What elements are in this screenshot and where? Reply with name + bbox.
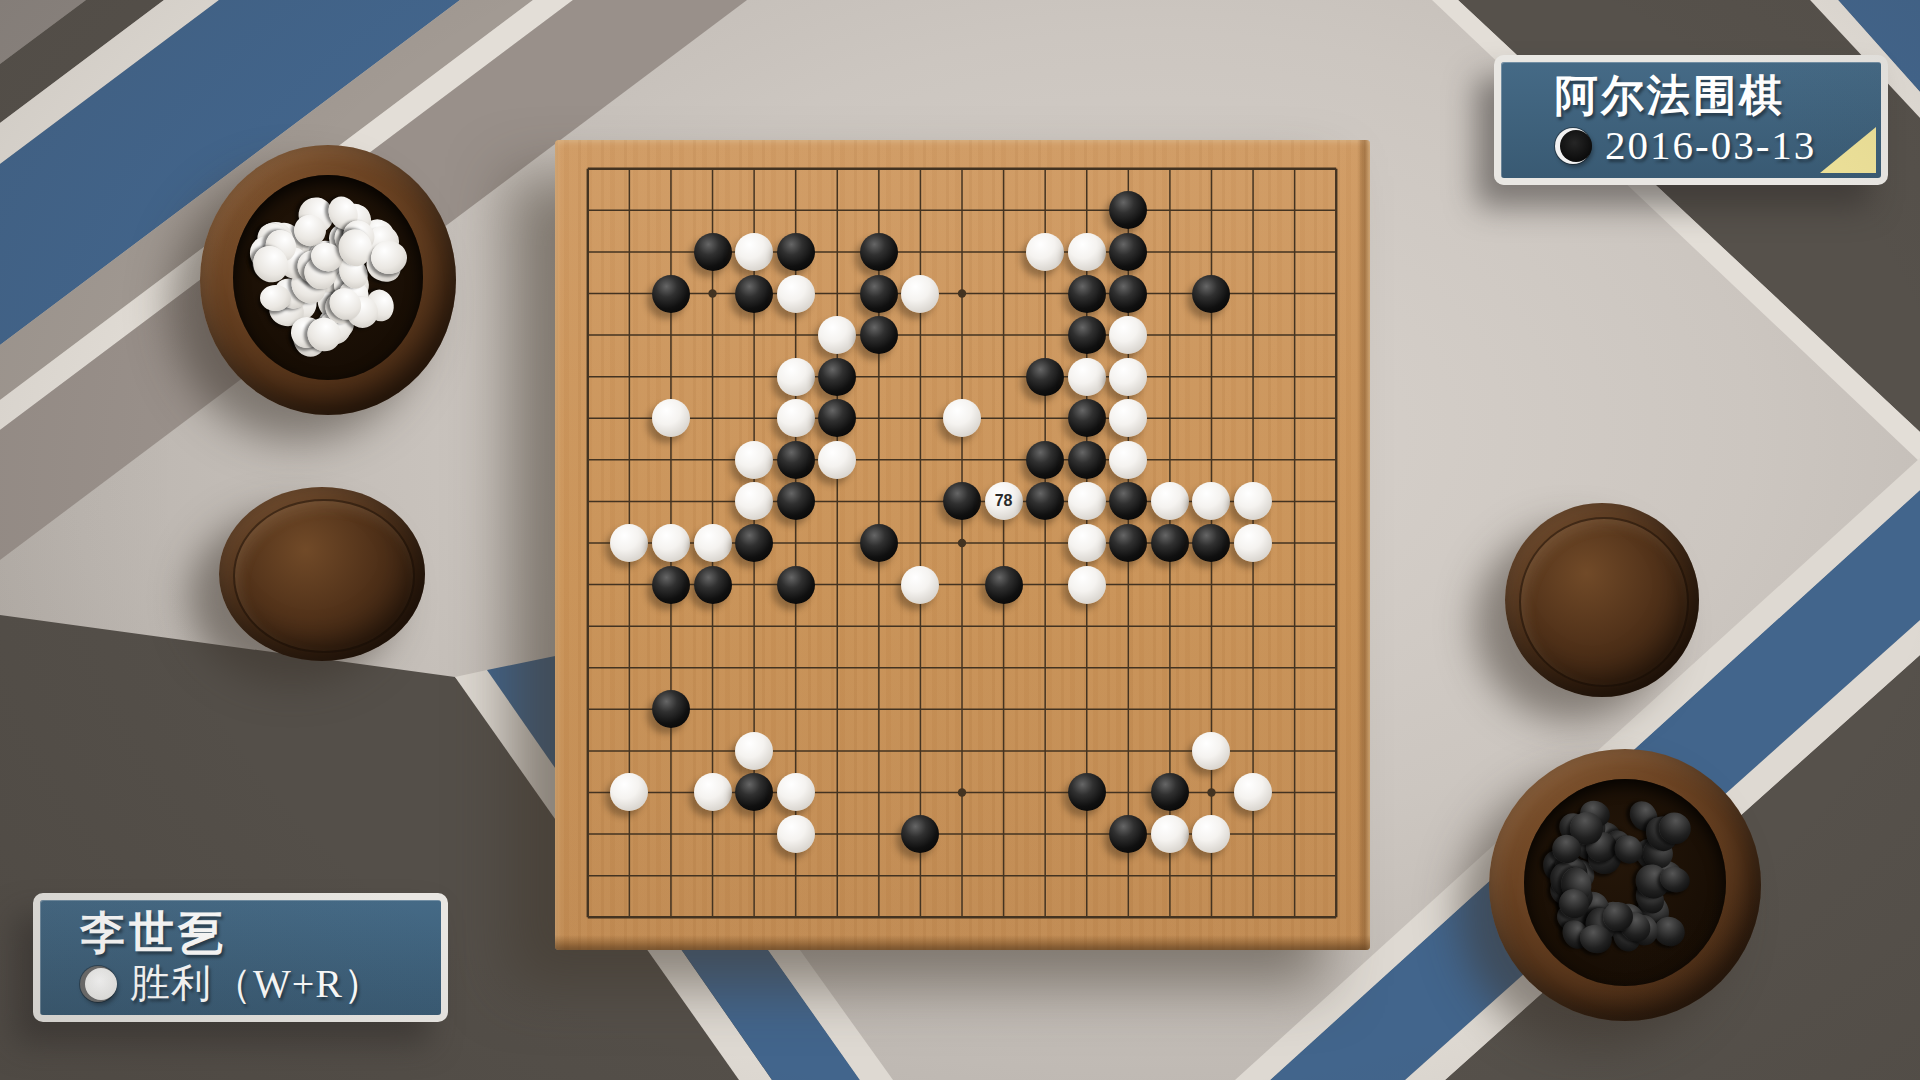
stone-black [777, 233, 815, 271]
stone-black [652, 275, 690, 313]
stone-black [1109, 275, 1147, 313]
stone-black [1026, 358, 1064, 396]
bowl-lid-right [1505, 503, 1699, 697]
stone-white [901, 275, 939, 313]
stone-white [735, 482, 773, 520]
stone-white [1068, 233, 1106, 271]
stone-white [943, 399, 981, 437]
stone-black [1192, 275, 1230, 313]
stone-black [860, 275, 898, 313]
stone-white [1109, 441, 1147, 479]
stone-white [777, 773, 815, 811]
stone-white [1192, 482, 1230, 520]
stone-black [1151, 524, 1189, 562]
stone-white [1109, 316, 1147, 354]
stone-black [860, 316, 898, 354]
stone-white [1151, 815, 1189, 853]
stone-black [1026, 441, 1064, 479]
stone-white [818, 441, 856, 479]
stone-white [1234, 524, 1272, 562]
stone-black [777, 566, 815, 604]
black-stone-bowl [1489, 749, 1761, 1021]
game-date: 2016-03-13 [1605, 122, 1816, 169]
stone-black [777, 482, 815, 520]
stone-white [1068, 566, 1106, 604]
stone-white [1234, 773, 1272, 811]
game-result: 胜利（W+R） [130, 961, 384, 1007]
stone-black [1109, 233, 1147, 271]
stone-white [1192, 732, 1230, 770]
stone-black [943, 482, 981, 520]
move-number-label: 78 [985, 482, 1023, 520]
stone-white [652, 524, 690, 562]
black-stone-bowl-cavity [1524, 779, 1725, 986]
white-stone-bowl [200, 145, 456, 415]
stone-black [652, 690, 690, 728]
stone-black [860, 524, 898, 562]
stone-black [735, 524, 773, 562]
stone-white [1026, 233, 1064, 271]
stone-white [901, 566, 939, 604]
board-stones-grid: 78 [567, 148, 1357, 938]
stone-black [1151, 773, 1189, 811]
player-name: 李世乭 [80, 908, 441, 960]
stone-black [735, 773, 773, 811]
stone-black [818, 358, 856, 396]
stone-white [777, 358, 815, 396]
stone-black [1068, 399, 1106, 437]
stone-white [735, 441, 773, 479]
stone-black [1109, 482, 1147, 520]
bowl-lid-left [219, 487, 425, 661]
game-title: 阿尔法围棋 [1555, 71, 1881, 120]
stone-black [694, 233, 732, 271]
stone-black [860, 233, 898, 271]
stone-black [818, 399, 856, 437]
board-play-area[interactable]: 78 [567, 148, 1357, 938]
scene: { "game": "go", "title_box": { "title": … [0, 0, 1920, 1080]
stone-black [1192, 524, 1230, 562]
stone-black [1109, 191, 1147, 229]
stone-white [652, 399, 690, 437]
stone-white [610, 773, 648, 811]
stone-white [1192, 815, 1230, 853]
stone-black [1068, 773, 1106, 811]
board-side-face-right [1357, 140, 1370, 950]
stone-white [1109, 358, 1147, 396]
stone-white [818, 316, 856, 354]
stone-white [1109, 399, 1147, 437]
stone-black [694, 566, 732, 604]
stone-black [1068, 275, 1106, 313]
stone-white [1234, 482, 1272, 520]
white-stone-bowl-cavity [233, 175, 422, 380]
stone-black [1026, 482, 1064, 520]
player-result-card: 李世乭 胜利（W+R） [33, 893, 448, 1022]
stone-white [777, 399, 815, 437]
stone-black [1068, 441, 1106, 479]
stone-white [777, 275, 815, 313]
stone-black [735, 275, 773, 313]
stone-white [777, 815, 815, 853]
stone-white [1068, 524, 1106, 562]
white-stone-icon [80, 966, 116, 1002]
stone-black [901, 815, 939, 853]
stone-black [652, 566, 690, 604]
stone-black [1068, 316, 1106, 354]
corner-fold-icon[interactable] [1820, 127, 1876, 173]
stone-black [985, 566, 1023, 604]
black-stone-icon [1555, 128, 1591, 164]
stone-white [694, 773, 732, 811]
stone-black [1109, 524, 1147, 562]
stone-white [735, 233, 773, 271]
stone-black [777, 441, 815, 479]
go-board[interactable]: 78 [555, 140, 1370, 950]
stone-white [1151, 482, 1189, 520]
stone-white [1068, 482, 1106, 520]
stone-white [694, 524, 732, 562]
stone-white [1068, 358, 1106, 396]
game-title-card: 阿尔法围棋 2016-03-13 [1494, 55, 1888, 185]
stone-white [610, 524, 648, 562]
stone-white [735, 732, 773, 770]
stone-black [1109, 815, 1147, 853]
stone-white: 78 [985, 482, 1023, 520]
